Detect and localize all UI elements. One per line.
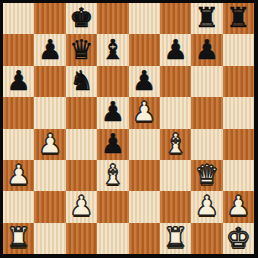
- piece-black-rook-h8[interactable]: ♜: [226, 3, 250, 33]
- square-d7[interactable]: ♝: [97, 34, 128, 65]
- square-e4[interactable]: [129, 129, 160, 160]
- square-g7[interactable]: ♟: [191, 34, 222, 65]
- square-a1[interactable]: ♜: [3, 223, 34, 254]
- square-g5[interactable]: [191, 97, 222, 128]
- square-h5[interactable]: [223, 97, 254, 128]
- square-f8[interactable]: [160, 3, 191, 34]
- chess-board-frame: ♚♜♜♟♛♝♟♟♟♞♟♟♟♟♟♝♟♝♛♟♟♟♜♜♚: [0, 0, 258, 258]
- square-c3[interactable]: [66, 160, 97, 191]
- square-d1[interactable]: [97, 223, 128, 254]
- square-g4[interactable]: [191, 129, 222, 160]
- square-e7[interactable]: [129, 34, 160, 65]
- square-a7[interactable]: [3, 34, 34, 65]
- piece-white-bishop-f4[interactable]: ♝: [163, 129, 187, 159]
- square-b7[interactable]: ♟: [34, 34, 65, 65]
- chess-board: ♚♜♜♟♛♝♟♟♟♞♟♟♟♟♟♝♟♝♛♟♟♟♜♜♚: [3, 3, 254, 254]
- square-e8[interactable]: [129, 3, 160, 34]
- square-f2[interactable]: [160, 191, 191, 222]
- piece-white-pawn-a3[interactable]: ♟: [7, 160, 31, 190]
- square-f7[interactable]: ♟: [160, 34, 191, 65]
- square-b1[interactable]: [34, 223, 65, 254]
- square-e5[interactable]: ♟: [129, 97, 160, 128]
- piece-black-pawn-b7[interactable]: ♟: [38, 34, 62, 64]
- square-d4[interactable]: ♟: [97, 129, 128, 160]
- square-c7[interactable]: ♛: [66, 34, 97, 65]
- square-c1[interactable]: [66, 223, 97, 254]
- piece-black-knight-c6[interactable]: ♞: [69, 66, 93, 96]
- square-h7[interactable]: [223, 34, 254, 65]
- square-c4[interactable]: [66, 129, 97, 160]
- square-a2[interactable]: [3, 191, 34, 222]
- piece-black-pawn-e6[interactable]: ♟: [132, 66, 156, 96]
- square-a3[interactable]: ♟: [3, 160, 34, 191]
- square-d8[interactable]: [97, 3, 128, 34]
- square-d5[interactable]: ♟: [97, 97, 128, 128]
- square-g3[interactable]: ♛: [191, 160, 222, 191]
- square-b2[interactable]: [34, 191, 65, 222]
- square-h8[interactable]: ♜: [223, 3, 254, 34]
- piece-black-pawn-f7[interactable]: ♟: [163, 34, 187, 64]
- piece-white-pawn-g2[interactable]: ♟: [195, 191, 219, 221]
- square-c8[interactable]: ♚: [66, 3, 97, 34]
- piece-white-pawn-e5[interactable]: ♟: [132, 97, 156, 127]
- square-h6[interactable]: [223, 66, 254, 97]
- square-e3[interactable]: [129, 160, 160, 191]
- square-g2[interactable]: ♟: [191, 191, 222, 222]
- piece-white-pawn-b4[interactable]: ♟: [38, 129, 62, 159]
- square-c2[interactable]: ♟: [66, 191, 97, 222]
- square-a6[interactable]: ♟: [3, 66, 34, 97]
- square-b4[interactable]: ♟: [34, 129, 65, 160]
- square-d6[interactable]: [97, 66, 128, 97]
- piece-white-king-h1[interactable]: ♚: [226, 223, 250, 253]
- square-e2[interactable]: [129, 191, 160, 222]
- square-f1[interactable]: ♜: [160, 223, 191, 254]
- square-b3[interactable]: [34, 160, 65, 191]
- square-d2[interactable]: [97, 191, 128, 222]
- square-f3[interactable]: [160, 160, 191, 191]
- square-h2[interactable]: ♟: [223, 191, 254, 222]
- square-f4[interactable]: ♝: [160, 129, 191, 160]
- square-d3[interactable]: ♝: [97, 160, 128, 191]
- piece-white-rook-f1[interactable]: ♜: [163, 223, 187, 253]
- piece-black-king-c8[interactable]: ♚: [69, 3, 93, 33]
- piece-white-bishop-d3[interactable]: ♝: [101, 160, 125, 190]
- square-a8[interactable]: [3, 3, 34, 34]
- square-e6[interactable]: ♟: [129, 66, 160, 97]
- piece-white-rook-a1[interactable]: ♜: [7, 223, 31, 253]
- piece-black-pawn-a6[interactable]: ♟: [7, 66, 31, 96]
- square-h1[interactable]: ♚: [223, 223, 254, 254]
- piece-white-queen-g3[interactable]: ♛: [195, 160, 219, 190]
- square-c5[interactable]: [66, 97, 97, 128]
- piece-black-pawn-g7[interactable]: ♟: [195, 34, 219, 64]
- square-b6[interactable]: [34, 66, 65, 97]
- square-f6[interactable]: [160, 66, 191, 97]
- piece-white-pawn-c2[interactable]: ♟: [69, 191, 93, 221]
- square-h4[interactable]: [223, 129, 254, 160]
- square-g1[interactable]: [191, 223, 222, 254]
- square-h3[interactable]: [223, 160, 254, 191]
- piece-black-bishop-d7[interactable]: ♝: [101, 34, 125, 64]
- square-g6[interactable]: [191, 66, 222, 97]
- piece-black-queen-c7[interactable]: ♛: [69, 34, 93, 64]
- piece-black-rook-g8[interactable]: ♜: [195, 3, 219, 33]
- square-a4[interactable]: [3, 129, 34, 160]
- square-e1[interactable]: [129, 223, 160, 254]
- piece-white-pawn-h2[interactable]: ♟: [226, 191, 250, 221]
- square-a5[interactable]: [3, 97, 34, 128]
- piece-black-pawn-d5[interactable]: ♟: [101, 97, 125, 127]
- square-b8[interactable]: [34, 3, 65, 34]
- square-f5[interactable]: [160, 97, 191, 128]
- square-b5[interactable]: [34, 97, 65, 128]
- square-g8[interactable]: ♜: [191, 3, 222, 34]
- piece-black-pawn-d4[interactable]: ♟: [101, 129, 125, 159]
- square-c6[interactable]: ♞: [66, 66, 97, 97]
